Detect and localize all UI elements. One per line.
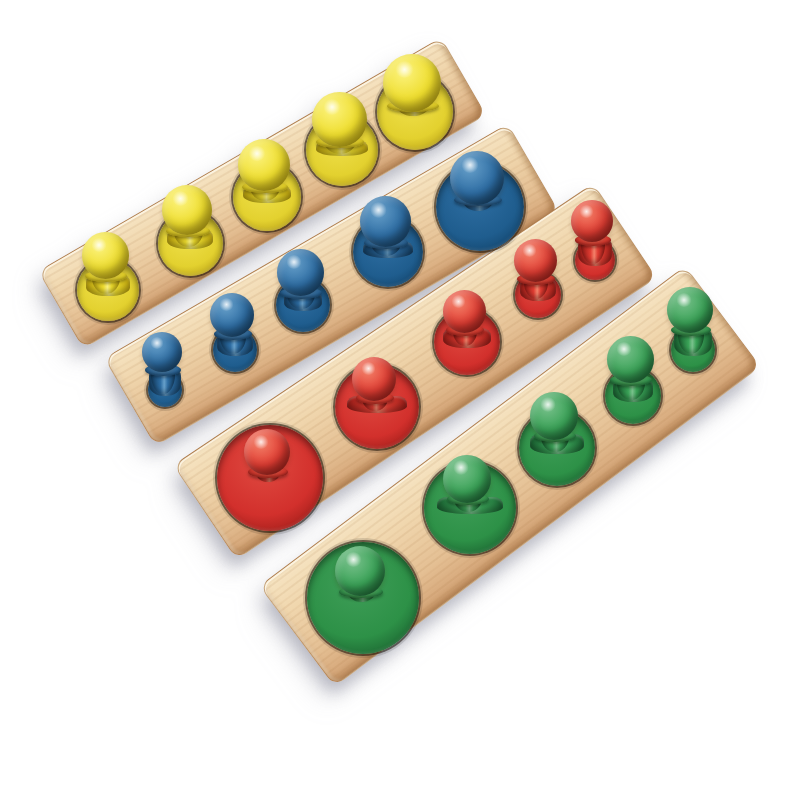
page: { "game": "Montessori knobbed cylinder b… bbox=[0, 0, 800, 800]
blue-cylinder-4-specular-highlight bbox=[370, 202, 387, 217]
yellow-cylinder-1-knob bbox=[82, 232, 129, 279]
yellow-cylinder-4-specular-highlight bbox=[323, 99, 342, 116]
yellow-cylinder-1-specular-highlight bbox=[91, 238, 107, 252]
red-cylinder-5-specular-highlight bbox=[579, 205, 593, 218]
green-cylinder-1-specular-highlight bbox=[345, 552, 362, 567]
blue-cylinder-5-knob bbox=[450, 151, 504, 205]
red-cylinder-1-specular-highlight bbox=[253, 435, 269, 449]
red-cylinder-3-specular-highlight bbox=[451, 295, 466, 308]
blue-cylinder-2-specular-highlight bbox=[219, 298, 234, 311]
green-cylinder-2-specular-highlight bbox=[453, 460, 469, 474]
green-cylinder-5-specular-highlight bbox=[676, 293, 692, 307]
red-cylinder-3-knob bbox=[443, 290, 486, 333]
red-cylinder-2-specular-highlight bbox=[361, 362, 376, 375]
blue-cylinder-5-specular-highlight bbox=[461, 157, 479, 173]
yellow-cylinder-2-knob bbox=[162, 185, 212, 235]
green-cylinder-1-knob bbox=[335, 546, 385, 596]
cylinder-blocks-assembly bbox=[0, 0, 800, 800]
yellow-cylinder-5-specular-highlight bbox=[395, 61, 415, 78]
green-cylinder-4-specular-highlight bbox=[616, 342, 632, 356]
green-cylinder-4-knob bbox=[607, 336, 654, 383]
scene-background bbox=[0, 0, 800, 800]
green-cylinder-3-specular-highlight bbox=[540, 397, 556, 411]
yellow-cylinder-4-knob bbox=[312, 92, 367, 147]
blue-cylinder-3-specular-highlight bbox=[286, 255, 302, 269]
blue-cylinder-4-knob bbox=[360, 196, 411, 247]
green-cylinder-5-knob bbox=[667, 287, 713, 333]
yellow-cylinder-3-specular-highlight bbox=[248, 146, 266, 162]
blue-cylinder-1-specular-highlight bbox=[150, 337, 164, 349]
red-cylinder-2-knob bbox=[352, 357, 396, 401]
blue-cylinder-2-knob bbox=[210, 293, 254, 337]
green-cylinder-3-knob bbox=[530, 392, 578, 440]
blue-cylinder-1-knob bbox=[142, 332, 182, 372]
yellow-cylinder-5-knob bbox=[383, 54, 441, 112]
red-cylinder-1-knob bbox=[244, 429, 290, 475]
red-cylinder-4-knob bbox=[514, 239, 557, 282]
yellow-cylinder-2-specular-highlight bbox=[172, 191, 189, 206]
blue-cylinder-3-knob bbox=[277, 249, 324, 296]
red-cylinder-4-specular-highlight bbox=[522, 244, 537, 257]
green-cylinder-2-knob bbox=[443, 455, 491, 503]
